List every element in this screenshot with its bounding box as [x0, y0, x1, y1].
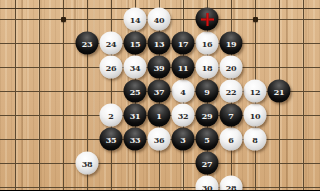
stone-number: 34 — [130, 63, 141, 71]
stone-white-32: 32 — [172, 104, 195, 127]
stone-white-2: 2 — [100, 104, 123, 127]
board-viewport: 1234567891011121314151617181920212223242… — [0, 0, 320, 190]
stone-number: 39 — [154, 63, 165, 71]
stone-white-8: 8 — [244, 128, 267, 151]
stone-number: 28 — [226, 183, 237, 190]
stone-black-19: 19 — [220, 32, 243, 55]
stone-number: 13 — [154, 39, 165, 47]
stone-white-20: 20 — [220, 56, 243, 79]
stone-white-38: 38 — [76, 152, 99, 175]
stone-number: 29 — [202, 111, 213, 119]
stone-black-7: 7 — [220, 104, 243, 127]
stone-white-30: 30 — [196, 176, 219, 191]
stone-black-25: 25 — [124, 80, 147, 103]
stone-black-5: 5 — [196, 128, 219, 151]
stone-number: 30 — [202, 183, 213, 190]
star-point — [253, 17, 258, 22]
stone-black-17: 17 — [172, 32, 195, 55]
stone-white-24: 24 — [100, 32, 123, 55]
stone-number: 4 — [180, 87, 185, 95]
stone-black-39: 39 — [148, 56, 171, 79]
stone-number: 2 — [108, 111, 113, 119]
stone-white-28: 28 — [220, 176, 243, 191]
stone-white-12: 12 — [244, 80, 267, 103]
stone-number: 17 — [178, 39, 189, 47]
stone-number: 15 — [130, 39, 141, 47]
stone-number: 16 — [202, 39, 213, 47]
stone-black-9: 9 — [196, 80, 219, 103]
stone-number: 40 — [154, 15, 165, 23]
stone-number: 38 — [82, 159, 93, 167]
stone-black-3: 3 — [172, 128, 195, 151]
stone-white-10: 10 — [244, 104, 267, 127]
stone-number: 11 — [178, 63, 189, 71]
stone-number: 1 — [156, 111, 161, 119]
stone-black-31: 31 — [124, 104, 147, 127]
star-point — [61, 17, 66, 22]
stone-number: 5 — [204, 135, 209, 143]
stone-white-18: 18 — [196, 56, 219, 79]
stone-white-22: 22 — [220, 80, 243, 103]
stone-number: 19 — [226, 39, 237, 47]
stone-number: 31 — [130, 111, 141, 119]
stone-number: 14 — [130, 15, 141, 23]
stone-number: 26 — [106, 63, 117, 71]
stone-number: 20 — [226, 63, 237, 71]
stone-black-13: 13 — [148, 32, 171, 55]
stone-black-29: 29 — [196, 104, 219, 127]
stone-black-37: 37 — [148, 80, 171, 103]
stone-white-14: 14 — [124, 8, 147, 31]
stone-number: 3 — [180, 135, 185, 143]
grid-vline — [63, 0, 64, 190]
stone-black-1: 1 — [148, 104, 171, 127]
last-move-cross-icon — [196, 8, 219, 31]
stone-white-16: 16 — [196, 32, 219, 55]
stone-white-26: 26 — [100, 56, 123, 79]
stone-white-4: 4 — [172, 80, 195, 103]
grid-vline — [15, 0, 16, 190]
stone-number: 9 — [204, 87, 209, 95]
stone-black-35: 35 — [100, 128, 123, 151]
stone-number: 8 — [252, 135, 257, 143]
stone-black-last-move — [196, 8, 219, 31]
stone-number: 37 — [154, 87, 165, 95]
stone-black-33: 33 — [124, 128, 147, 151]
grid-hline — [0, 163, 320, 164]
stone-number: 10 — [250, 111, 261, 119]
stone-number: 25 — [130, 87, 141, 95]
gomoku-board[interactable]: 1234567891011121314151617181920212223242… — [0, 0, 320, 190]
stone-number: 36 — [154, 135, 165, 143]
stone-white-40: 40 — [148, 8, 171, 31]
stone-number: 23 — [82, 39, 93, 47]
stone-white-6: 6 — [220, 128, 243, 151]
stone-black-27: 27 — [196, 152, 219, 175]
grid-hline — [0, 187, 320, 188]
stone-number: 21 — [274, 87, 285, 95]
grid-vline — [111, 0, 112, 190]
stone-white-34: 34 — [124, 56, 147, 79]
stone-number: 6 — [228, 135, 233, 143]
stone-number: 12 — [250, 87, 261, 95]
stone-number: 7 — [228, 111, 233, 119]
stone-black-15: 15 — [124, 32, 147, 55]
stone-black-11: 11 — [172, 56, 195, 79]
stone-black-23: 23 — [76, 32, 99, 55]
grid-vline — [303, 0, 304, 190]
stone-number: 18 — [202, 63, 213, 71]
stone-number: 24 — [106, 39, 117, 47]
stone-number: 33 — [130, 135, 141, 143]
grid-vline — [39, 0, 40, 190]
stone-number: 22 — [226, 87, 237, 95]
stone-number: 32 — [178, 111, 189, 119]
stone-number: 27 — [202, 159, 213, 167]
stone-white-36: 36 — [148, 128, 171, 151]
stone-black-21: 21 — [268, 80, 291, 103]
stone-number: 35 — [106, 135, 117, 143]
